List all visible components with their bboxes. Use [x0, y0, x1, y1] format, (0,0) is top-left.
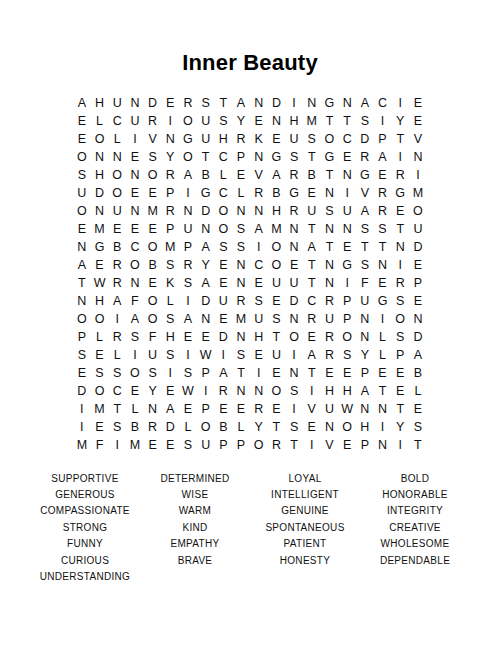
grid-cell: N [73, 238, 91, 256]
grid-cell: O [108, 166, 126, 184]
grid-cell: Y [391, 418, 409, 436]
grid-cell: N [73, 292, 91, 310]
grid-cell: N [321, 418, 339, 436]
grid-cell: A [197, 274, 215, 292]
grid-cell: R [250, 184, 268, 202]
grid-cell: I [161, 112, 179, 130]
grid-cell: I [250, 238, 268, 256]
grid-cell: T [321, 238, 339, 256]
grid-cell: R [285, 166, 303, 184]
grid-cell: D [197, 202, 215, 220]
grid-cell: A [108, 292, 126, 310]
grid-cell: O [268, 238, 286, 256]
grid-cell: D [356, 130, 374, 148]
grid-cell: E [338, 364, 356, 382]
grid-cell: G [338, 256, 356, 274]
grid-cell: I [391, 148, 409, 166]
grid-cell: P [215, 436, 233, 454]
grid-cell: A [161, 400, 179, 418]
grid-cell: O [321, 130, 339, 148]
grid-cell: T [108, 400, 126, 418]
grid-cell: E [144, 436, 162, 454]
grid-cell: S [232, 346, 250, 364]
grid-cell: R [285, 202, 303, 220]
grid-cell: Y [391, 112, 409, 130]
grid-cell: W [338, 400, 356, 418]
grid-cell: N [409, 148, 427, 166]
grid-cell: N [356, 400, 374, 418]
grid-cell: I [179, 292, 197, 310]
word-list-item: WHOLESOME [381, 536, 450, 552]
grid-cell: U [285, 274, 303, 292]
grid-cell: E [321, 364, 339, 382]
grid-cell: N [321, 184, 339, 202]
grid-cell: S [409, 418, 427, 436]
grid-cell: I [179, 346, 197, 364]
word-list-item: GENUINE [281, 503, 329, 519]
grid-cell: N [250, 202, 268, 220]
grid-cell: I [374, 418, 392, 436]
grid-cell: N [321, 256, 339, 274]
grid-cell: P [338, 292, 356, 310]
grid-cell: O [179, 148, 197, 166]
grid-cell: M [144, 202, 162, 220]
grid-cell: I [73, 418, 91, 436]
grid-cell: P [338, 310, 356, 328]
grid-cell: E [179, 328, 197, 346]
grid-cell: A [197, 238, 215, 256]
grid-cell: I [338, 184, 356, 202]
grid-cell: Y [232, 112, 250, 130]
grid-cell: V [144, 130, 162, 148]
grid-cell: Y [144, 382, 162, 400]
grid-cell: E [374, 274, 392, 292]
grid-cell: B [108, 238, 126, 256]
word-list-item: UNDERSTANDING [40, 568, 130, 584]
grid-cell: P [232, 148, 250, 166]
grid-cell: E [126, 382, 144, 400]
grid-cell: E [391, 202, 409, 220]
grid-cell: M [268, 220, 286, 238]
grid-cell: F [144, 328, 162, 346]
grid-cell: N [285, 364, 303, 382]
grid-cell: N [321, 220, 339, 238]
word-list-item: KIND [182, 519, 207, 535]
grid-cell: U [285, 130, 303, 148]
grid-cell: H [91, 166, 109, 184]
grid-cell: I [215, 346, 233, 364]
grid-cell: U [338, 202, 356, 220]
grid-cell: E [374, 166, 392, 184]
grid-cell: S [161, 310, 179, 328]
grid-cell: Y [161, 148, 179, 166]
word-list-item: COMPASSIONATE [40, 503, 130, 519]
grid-cell: E [391, 364, 409, 382]
grid-cell: E [303, 328, 321, 346]
grid-cell: E [197, 328, 215, 346]
grid-cell: I [108, 436, 126, 454]
grid-cell: Y [197, 256, 215, 274]
grid-cell: E [144, 184, 162, 202]
grid-cell: O [285, 328, 303, 346]
grid-cell: N [250, 382, 268, 400]
grid-cell: E [303, 418, 321, 436]
grid-cell: H [268, 202, 286, 220]
grid-cell: R [321, 292, 339, 310]
grid-cell: N [91, 148, 109, 166]
grid-cell: R [232, 130, 250, 148]
grid-cell: T [321, 112, 339, 130]
grid-cell: R [268, 436, 286, 454]
grid-cell: I [303, 382, 321, 400]
grid-cell: R [144, 112, 162, 130]
grid-cell: N [161, 130, 179, 148]
grid-cell: S [356, 220, 374, 238]
word-list-column: SUPPORTIVEGENEROUSCOMPASSIONATESTRONGFUN… [30, 470, 140, 585]
grid-cell: T [268, 328, 286, 346]
grid-cell: E [126, 220, 144, 238]
letter-grid: AHUNDERSTANDINGNACIEELCURIOUSYENHMTTSIYE… [73, 94, 427, 454]
word-list-item: EMPATHY [171, 536, 220, 552]
grid-cell: H [285, 112, 303, 130]
word-list-column: LOYALINTELLIGENTGENUINESPONTANEOUSPATIEN… [250, 470, 360, 585]
word-list-item: GENEROUS [55, 486, 115, 502]
grid-cell: S [374, 220, 392, 238]
grid-cell: A [356, 202, 374, 220]
grid-cell: T [391, 400, 409, 418]
grid-cell: C [250, 256, 268, 274]
grid-cell: L [161, 292, 179, 310]
grid-cell: P [73, 328, 91, 346]
grid-cell: S [391, 292, 409, 310]
grid-cell: I [161, 364, 179, 382]
grid-cell: R [250, 400, 268, 418]
grid-cell: O [268, 256, 286, 274]
grid-cell: E [215, 310, 233, 328]
word-list-item: INTELLIGENT [271, 486, 339, 502]
grid-cell: R [356, 148, 374, 166]
grid-cell: E [215, 274, 233, 292]
grid-cell: N [268, 112, 286, 130]
grid-cell: S [391, 328, 409, 346]
grid-cell: I [374, 112, 392, 130]
word-list-item: DEPENDABLE [380, 552, 450, 568]
grid-cell: N [285, 238, 303, 256]
grid-cell: O [126, 364, 144, 382]
grid-cell: N [91, 202, 109, 220]
grid-cell: C [215, 184, 233, 202]
grid-cell: P [374, 130, 392, 148]
grid-cell: O [73, 310, 91, 328]
grid-cell: S [268, 310, 286, 328]
grid-cell: S [108, 418, 126, 436]
grid-cell: E [338, 436, 356, 454]
grid-cell: T [268, 418, 286, 436]
grid-cell: N [321, 274, 339, 292]
grid-cell: E [215, 400, 233, 418]
grid-cell: T [391, 130, 409, 148]
grid-cell: U [108, 202, 126, 220]
grid-cell: G [321, 148, 339, 166]
grid-cell: A [232, 94, 250, 112]
grid-cell: R [179, 94, 197, 112]
grid-cell: N [285, 310, 303, 328]
grid-cell: L [91, 328, 109, 346]
grid-cell: V [321, 436, 339, 454]
grid-cell: W [179, 382, 197, 400]
grid-cell: D [91, 184, 109, 202]
grid-cell: I [126, 130, 144, 148]
grid-cell: A [356, 382, 374, 400]
grid-cell: M [303, 112, 321, 130]
word-list-column: BOLDHONORABLEINTEGRITYCREATIVEWHOLESOMED… [360, 470, 470, 585]
grid-cell: E [91, 256, 109, 274]
word-list-item: SPONTANEOUS [265, 519, 344, 535]
grid-cell: D [409, 238, 427, 256]
grid-cell: T [374, 238, 392, 256]
grid-cell: S [215, 238, 233, 256]
grid-cell: E [303, 184, 321, 202]
grid-cell: C [126, 238, 144, 256]
grid-cell: A [250, 220, 268, 238]
grid-cell: N [338, 94, 356, 112]
grid-cell: L [374, 328, 392, 346]
grid-cell: P [179, 238, 197, 256]
grid-cell: M [91, 400, 109, 418]
grid-cell: T [215, 94, 233, 112]
grid-cell: O [108, 184, 126, 202]
word-list-item: HONORABLE [382, 486, 448, 502]
grid-cell: H [250, 328, 268, 346]
grid-cell: E [144, 274, 162, 292]
grid-cell: R [161, 166, 179, 184]
grid-cell: E [161, 382, 179, 400]
grid-cell: G [197, 184, 215, 202]
grid-cell: O [179, 112, 197, 130]
grid-cell: N [374, 400, 392, 418]
grid-cell: S [285, 382, 303, 400]
grid-cell: T [409, 436, 427, 454]
grid-cell: N [197, 220, 215, 238]
grid-cell: D [161, 418, 179, 436]
grid-cell: O [268, 382, 286, 400]
grid-cell: C [108, 112, 126, 130]
grid-cell: N [232, 382, 250, 400]
grid-cell: T [374, 382, 392, 400]
grid-cell: U [126, 112, 144, 130]
grid-cell: G [356, 166, 374, 184]
grid-cell: R [374, 202, 392, 220]
grid-cell: U [179, 220, 197, 238]
word-list-item: CREATIVE [389, 519, 441, 535]
grid-cell: E [126, 184, 144, 202]
grid-cell: G [179, 130, 197, 148]
grid-cell: T [391, 220, 409, 238]
grid-cell: B [215, 418, 233, 436]
grid-cell: U [356, 292, 374, 310]
grid-cell: R [108, 328, 126, 346]
grid-cell: N [144, 400, 162, 418]
grid-cell: C [338, 130, 356, 148]
word-list-column: DETERMINEDWISEWARMKINDEMPATHYBRAVE [140, 470, 250, 585]
grid-cell: L [409, 382, 427, 400]
grid-cell: P [391, 346, 409, 364]
grid-cell: N [356, 310, 374, 328]
grid-cell: T [303, 274, 321, 292]
grid-cell: D [215, 328, 233, 346]
grid-cell: S [179, 436, 197, 454]
grid-cell: R [215, 382, 233, 400]
word-list-item: DETERMINED [160, 470, 229, 486]
word-list: SUPPORTIVEGENEROUSCOMPASSIONATESTRONGFUN… [30, 470, 470, 585]
grid-cell: N [232, 328, 250, 346]
grid-cell: E [108, 220, 126, 238]
grid-cell: G [391, 184, 409, 202]
grid-cell: O [73, 148, 91, 166]
grid-cell: S [250, 292, 268, 310]
grid-cell: R [391, 274, 409, 292]
grid-cell: I [285, 346, 303, 364]
grid-cell: L [91, 112, 109, 130]
grid-cell: I [391, 94, 409, 112]
grid-cell: E [232, 166, 250, 184]
grid-cell: E [338, 238, 356, 256]
grid-cell: U [321, 400, 339, 418]
grid-cell: T [356, 238, 374, 256]
grid-cell: P [356, 364, 374, 382]
grid-cell: V [409, 130, 427, 148]
grid-cell: B [268, 184, 286, 202]
grid-cell: V [303, 400, 321, 418]
grid-cell: P [161, 184, 179, 202]
grid-cell: G [285, 184, 303, 202]
grid-cell: U [250, 310, 268, 328]
grid-cell: E [126, 148, 144, 166]
grid-cell: A [409, 346, 427, 364]
grid-cell: S [215, 112, 233, 130]
grid-cell: E [161, 94, 179, 112]
word-list-item: CURIOUS [61, 552, 109, 568]
word-list-item: HONESTY [280, 552, 330, 568]
grid-cell: E [391, 382, 409, 400]
grid-cell: P [409, 274, 427, 292]
grid-cell: P [232, 436, 250, 454]
grid-cell: H [356, 418, 374, 436]
grid-cell: O [215, 202, 233, 220]
grid-cell: R [144, 418, 162, 436]
grid-cell: U [268, 346, 286, 364]
grid-cell: S [108, 364, 126, 382]
grid-cell: E [73, 130, 91, 148]
grid-cell: R [303, 310, 321, 328]
word-list-item: LOYAL [289, 470, 322, 486]
grid-cell: B [303, 166, 321, 184]
word-list-item: PATIENT [284, 536, 327, 552]
grid-cell: I [250, 364, 268, 382]
grid-cell: L [179, 418, 197, 436]
word-list-item: WISE [182, 486, 209, 502]
grid-cell: E [250, 346, 268, 364]
grid-cell: N [250, 148, 268, 166]
grid-cell: N [232, 256, 250, 274]
grid-cell: R [374, 184, 392, 202]
grid-cell: E [268, 400, 286, 418]
grid-cell: D [285, 292, 303, 310]
grid-cell: D [409, 328, 427, 346]
word-list-item: WARM [179, 503, 212, 519]
grid-cell: S [126, 328, 144, 346]
grid-cell: U [73, 184, 91, 202]
grid-cell: E [73, 112, 91, 130]
grid-cell: E [285, 256, 303, 274]
grid-cell: E [268, 364, 286, 382]
word-search-page: Inner Beauty AHUNDERSTANDINGNACIEELCURIO… [0, 0, 500, 647]
grid-cell: O [144, 292, 162, 310]
grid-cell: C [303, 292, 321, 310]
grid-cell: E [215, 256, 233, 274]
grid-cell: A [73, 256, 91, 274]
grid-cell: L [232, 184, 250, 202]
grid-cell: M [73, 436, 91, 454]
word-list-item: BRAVE [178, 552, 213, 568]
grid-cell: N [285, 220, 303, 238]
grid-cell: L [215, 166, 233, 184]
grid-cell: N [250, 94, 268, 112]
grid-cell: A [126, 310, 144, 328]
grid-cell: K [161, 274, 179, 292]
grid-cell: N [126, 274, 144, 292]
grid-cell: B [126, 418, 144, 436]
grid-cell: N [374, 436, 392, 454]
grid-cell: O [409, 202, 427, 220]
grid-cell: N [126, 202, 144, 220]
grid-cell: N [232, 274, 250, 292]
grid-cell: N [179, 202, 197, 220]
grid-cell: U [197, 436, 215, 454]
grid-cell: U [215, 292, 233, 310]
grid-cell: F [126, 292, 144, 310]
grid-cell: S [303, 130, 321, 148]
grid-cell: N [338, 220, 356, 238]
grid-cell: M [91, 220, 109, 238]
grid-cell: O [91, 382, 109, 400]
grid-cell: B [197, 166, 215, 184]
word-list-item: STRONG [63, 519, 108, 535]
grid-cell: W [91, 274, 109, 292]
grid-cell: E [338, 148, 356, 166]
grid-cell: N [409, 310, 427, 328]
grid-cell: S [73, 166, 91, 184]
grid-cell: S [144, 364, 162, 382]
grid-cell: R [108, 274, 126, 292]
grid-cell: R [108, 256, 126, 274]
grid-cell: S [91, 364, 109, 382]
grid-cell: O [126, 256, 144, 274]
grid-cell: N [391, 238, 409, 256]
grid-cell: O [197, 418, 215, 436]
grid-cell: T [197, 148, 215, 166]
grid-cell: E [409, 112, 427, 130]
grid-cell: C [215, 148, 233, 166]
grid-cell: S [338, 346, 356, 364]
grid-cell: I [126, 346, 144, 364]
grid-cell: O [91, 310, 109, 328]
grid-cell: T [232, 364, 250, 382]
grid-cell: H [91, 292, 109, 310]
grid-cell: T [285, 436, 303, 454]
grid-cell: O [91, 130, 109, 148]
grid-cell: S [232, 220, 250, 238]
